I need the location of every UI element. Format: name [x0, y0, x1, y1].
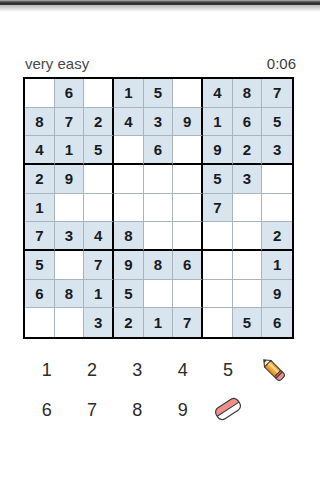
- cell-r9c2[interactable]: [55, 308, 85, 337]
- cell-r4c4[interactable]: [114, 165, 144, 194]
- pencil-icon: [256, 352, 290, 389]
- cell-r6c6[interactable]: [173, 222, 203, 251]
- cell-r4c7[interactable]: 5: [203, 165, 233, 194]
- keypad-button-9[interactable]: 9: [160, 390, 205, 430]
- keypad-row-1: 12345: [24, 350, 296, 390]
- cell-r4c6[interactable]: [173, 165, 203, 194]
- cell-r3c2[interactable]: 1: [55, 136, 85, 165]
- cell-r4c9[interactable]: [262, 165, 292, 194]
- cell-r8c1[interactable]: 6: [25, 280, 55, 309]
- cell-r5c4[interactable]: [114, 194, 144, 223]
- keypad-button-8[interactable]: 8: [115, 390, 160, 430]
- cell-r3c6[interactable]: [173, 136, 203, 165]
- cell-r4c3[interactable]: [84, 165, 114, 194]
- cell-r9c5[interactable]: 1: [144, 308, 174, 337]
- keypad-spacer: [251, 390, 296, 430]
- cell-r5c8[interactable]: [233, 194, 263, 223]
- cell-r9c8[interactable]: 5: [233, 308, 263, 337]
- cell-r7c6[interactable]: 6: [173, 251, 203, 280]
- cell-r9c4[interactable]: 2: [114, 308, 144, 337]
- cell-r8c2[interactable]: 8: [55, 280, 85, 309]
- cell-r3c7[interactable]: 9: [203, 136, 233, 165]
- cell-r8c9[interactable]: 9: [262, 280, 292, 309]
- cell-r6c5[interactable]: [144, 222, 174, 251]
- cell-r2c2[interactable]: 7: [55, 108, 85, 137]
- cell-r5c9[interactable]: [262, 194, 292, 223]
- cell-r1c6[interactable]: [173, 79, 203, 108]
- cell-r2c6[interactable]: 9: [173, 108, 203, 137]
- cell-r1c2[interactable]: 6: [55, 79, 85, 108]
- cell-r4c2[interactable]: 9: [55, 165, 85, 194]
- pencil-button[interactable]: [251, 350, 296, 390]
- eraser-button[interactable]: [205, 390, 250, 430]
- keypad-button-3[interactable]: 3: [115, 350, 160, 390]
- cell-r7c5[interactable]: 8: [144, 251, 174, 280]
- cell-r2c8[interactable]: 6: [233, 108, 263, 137]
- cell-r7c7[interactable]: [203, 251, 233, 280]
- cell-r4c1[interactable]: 2: [25, 165, 55, 194]
- cell-r6c8[interactable]: [233, 222, 263, 251]
- cell-r5c5[interactable]: [144, 194, 174, 223]
- cell-r5c7[interactable]: 7: [203, 194, 233, 223]
- eraser-icon: [211, 392, 245, 429]
- sudoku-board: 6154878724391654156923295317734825798616…: [23, 77, 294, 339]
- cell-r9c7[interactable]: [203, 308, 233, 337]
- cell-r2c4[interactable]: 4: [114, 108, 144, 137]
- cell-r1c9[interactable]: 7: [262, 79, 292, 108]
- cell-r7c1[interactable]: 5: [25, 251, 55, 280]
- cell-r1c3[interactable]: [84, 79, 114, 108]
- keypad-button-6[interactable]: 6: [24, 390, 69, 430]
- cell-r7c9[interactable]: 1: [262, 251, 292, 280]
- cell-r2c1[interactable]: 8: [25, 108, 55, 137]
- cell-r9c6[interactable]: 7: [173, 308, 203, 337]
- cell-r2c5[interactable]: 3: [144, 108, 174, 137]
- cell-r6c1[interactable]: 7: [25, 222, 55, 251]
- keypad-row-2: 6789: [24, 390, 296, 430]
- cell-r7c4[interactable]: 9: [114, 251, 144, 280]
- cell-r1c8[interactable]: 8: [233, 79, 263, 108]
- keypad-button-7[interactable]: 7: [69, 390, 114, 430]
- cell-r1c4[interactable]: 1: [114, 79, 144, 108]
- cell-r6c4[interactable]: 8: [114, 222, 144, 251]
- cell-r9c3[interactable]: 3: [84, 308, 114, 337]
- cell-r8c3[interactable]: 1: [84, 280, 114, 309]
- difficulty-label: very easy: [25, 55, 89, 73]
- cell-r1c5[interactable]: 5: [144, 79, 174, 108]
- cell-r3c5[interactable]: 6: [144, 136, 174, 165]
- cell-r6c3[interactable]: 4: [84, 222, 114, 251]
- keypad: 12345 6789: [24, 350, 296, 430]
- cell-r5c6[interactable]: [173, 194, 203, 223]
- keypad-button-1[interactable]: 1: [24, 350, 69, 390]
- cell-r3c4[interactable]: [114, 136, 144, 165]
- cell-r6c7[interactable]: [203, 222, 233, 251]
- cell-r8c7[interactable]: [203, 280, 233, 309]
- keypad-button-2[interactable]: 2: [69, 350, 114, 390]
- cell-r9c9[interactable]: 6: [262, 308, 292, 337]
- cell-r3c8[interactable]: 2: [233, 136, 263, 165]
- cell-r7c2[interactable]: [55, 251, 85, 280]
- cell-r8c5[interactable]: [144, 280, 174, 309]
- cell-r4c8[interactable]: 3: [233, 165, 263, 194]
- status-bar-shadow: [0, 5, 320, 12]
- cell-r8c6[interactable]: [173, 280, 203, 309]
- cell-r7c8[interactable]: [233, 251, 263, 280]
- game-header: very easy 0:06: [25, 55, 296, 73]
- cell-r2c3[interactable]: 2: [84, 108, 114, 137]
- keypad-button-4[interactable]: 4: [160, 350, 205, 390]
- cell-r6c2[interactable]: 3: [55, 222, 85, 251]
- cell-r1c7[interactable]: 4: [203, 79, 233, 108]
- cell-r5c1[interactable]: 1: [25, 194, 55, 223]
- cell-r9c1[interactable]: [25, 308, 55, 337]
- cell-r2c9[interactable]: 5: [262, 108, 292, 137]
- cell-r8c8[interactable]: [233, 280, 263, 309]
- keypad-button-5[interactable]: 5: [205, 350, 250, 390]
- cell-r4c5[interactable]: [144, 165, 174, 194]
- cell-r6c9[interactable]: 2: [262, 222, 292, 251]
- cell-r1c1[interactable]: [25, 79, 55, 108]
- cell-r3c1[interactable]: 4: [25, 136, 55, 165]
- cell-r5c2[interactable]: [55, 194, 85, 223]
- cell-r3c3[interactable]: 5: [84, 136, 114, 165]
- cell-r2c7[interactable]: 1: [203, 108, 233, 137]
- cell-r8c4[interactable]: 5: [114, 280, 144, 309]
- cell-r7c3[interactable]: 7: [84, 251, 114, 280]
- cell-r5c3[interactable]: [84, 194, 114, 223]
- cell-r3c9[interactable]: 3: [262, 136, 292, 165]
- timer: 0:06: [267, 55, 296, 73]
